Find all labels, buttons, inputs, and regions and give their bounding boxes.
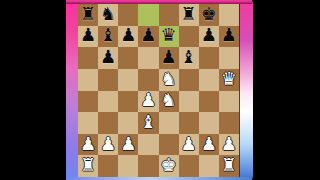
piece-black-pawn: ♟ [120,26,136,44]
square-a5[interactable] [78,69,98,91]
piece-black-pawn: ♟ [201,26,217,44]
piece-white-knight: ♞ [160,91,176,109]
piece-black-pawn: ♟ [221,26,237,44]
piece-black-bishop: ♝ [181,48,197,66]
square-d7[interactable]: ♟ [138,26,158,48]
square-g3[interactable] [199,112,219,134]
square-d5[interactable] [138,69,158,91]
piece-white-rook: ♜ [80,156,96,174]
square-f5[interactable] [179,69,199,91]
square-h5[interactable]: ♛ [219,69,239,91]
piece-black-bishop: ♝ [100,26,116,44]
piece-black-pawn: ♟ [100,48,116,66]
square-h6[interactable] [219,47,239,69]
square-e8[interactable] [159,4,179,26]
square-h4[interactable] [219,91,239,113]
piece-white-pawn: ♟ [140,91,156,109]
square-c7[interactable]: ♟ [118,26,138,48]
square-d8[interactable] [138,4,158,26]
piece-white-pawn: ♟ [80,135,96,153]
piece-white-pawn: ♟ [120,135,136,153]
square-a2[interactable]: ♟ [78,134,98,156]
square-f1[interactable] [179,155,199,177]
square-h1[interactable]: ♜ [219,155,239,177]
square-f6[interactable]: ♝ [179,47,199,69]
piece-white-pawn: ♟ [221,135,237,153]
video-frame: ♜♞♜♚♟♝♟♟♛♟♟♟♟♝♞♛♟♞♝♟♟♟♟♟♟♜♚♜ [0,0,320,180]
piece-white-bishop: ♝ [140,113,156,131]
piece-white-king: ♚ [160,156,176,174]
square-b2[interactable]: ♟ [98,134,118,156]
square-d2[interactable] [138,134,158,156]
piece-white-pawn: ♟ [201,135,217,153]
square-g1[interactable] [199,155,219,177]
square-b1[interactable] [98,155,118,177]
frame-glow-bottom [66,177,252,180]
square-h3[interactable] [219,112,239,134]
piece-black-pawn: ♟ [160,48,176,66]
piece-black-pawn: ♟ [140,26,156,44]
piece-white-pawn: ♟ [100,135,116,153]
piece-black-queen: ♛ [160,26,176,44]
square-a4[interactable] [78,91,98,113]
piece-black-rook: ♜ [80,5,96,23]
frame-glow-right [239,0,253,180]
square-g2[interactable]: ♟ [199,134,219,156]
square-d1[interactable] [138,155,158,177]
piece-black-king: ♚ [201,5,217,23]
square-g4[interactable] [199,91,219,113]
square-b7[interactable]: ♝ [98,26,118,48]
square-a1[interactable]: ♜ [78,155,98,177]
piece-white-rook: ♜ [221,156,237,174]
piece-white-pawn: ♟ [181,135,197,153]
square-e3[interactable] [159,112,179,134]
piece-black-rook: ♜ [181,5,197,23]
square-f7[interactable] [179,26,199,48]
letterbox-right [252,0,320,180]
piece-white-knight: ♞ [160,70,176,88]
square-a8[interactable]: ♜ [78,4,98,26]
square-e4[interactable]: ♞ [159,91,179,113]
square-f2[interactable]: ♟ [179,134,199,156]
square-c3[interactable] [118,112,138,134]
square-e7[interactable]: ♛ [159,26,179,48]
square-a7[interactable]: ♟ [78,26,98,48]
square-b5[interactable] [98,69,118,91]
square-f4[interactable] [179,91,199,113]
square-a3[interactable] [78,112,98,134]
square-g6[interactable] [199,47,219,69]
square-e1[interactable]: ♚ [159,155,179,177]
square-b4[interactable] [98,91,118,113]
square-a6[interactable] [78,47,98,69]
square-c6[interactable] [118,47,138,69]
chess-board: ♜♞♜♚♟♝♟♟♛♟♟♟♟♝♞♛♟♞♝♟♟♟♟♟♟♜♚♜ [78,4,239,177]
square-f8[interactable]: ♜ [179,4,199,26]
square-b3[interactable] [98,112,118,134]
square-g5[interactable] [199,69,219,91]
square-b6[interactable]: ♟ [98,47,118,69]
square-g8[interactable]: ♚ [199,4,219,26]
square-c2[interactable]: ♟ [118,134,138,156]
square-h8[interactable] [219,4,239,26]
square-d4[interactable]: ♟ [138,91,158,113]
square-e6[interactable]: ♟ [159,47,179,69]
square-c1[interactable] [118,155,138,177]
square-h2[interactable]: ♟ [219,134,239,156]
square-d3[interactable]: ♝ [138,112,158,134]
piece-white-queen: ♛ [221,70,237,88]
square-c5[interactable] [118,69,138,91]
piece-black-knight: ♞ [100,5,116,23]
square-e2[interactable] [159,134,179,156]
square-e5[interactable]: ♞ [159,69,179,91]
square-f3[interactable] [179,112,199,134]
square-d6[interactable] [138,47,158,69]
letterbox-left [0,0,66,180]
square-h7[interactable]: ♟ [219,26,239,48]
piece-black-pawn: ♟ [80,26,96,44]
square-g7[interactable]: ♟ [199,26,219,48]
square-b8[interactable]: ♞ [98,4,118,26]
square-c8[interactable] [118,4,138,26]
square-c4[interactable] [118,91,138,113]
